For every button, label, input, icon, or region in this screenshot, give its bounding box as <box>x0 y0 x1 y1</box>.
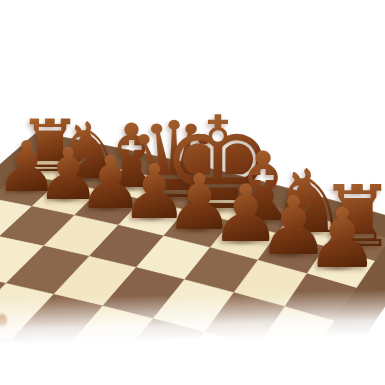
black-pawn-h7: ♟ <box>301 198 384 281</box>
bottom-white-area <box>0 335 385 385</box>
chess-set-photo: ♜♞♝♛♚♝♞♜♟♟♟♟♟♟♟♟ <box>0 0 385 385</box>
